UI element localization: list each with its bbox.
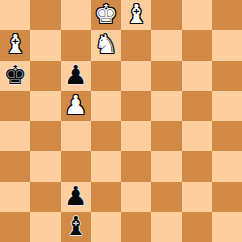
square-c7[interactable] xyxy=(61,30,91,60)
square-f5[interactable] xyxy=(151,91,181,121)
piece-black-pawn[interactable]: ♟ xyxy=(64,62,87,88)
square-d5[interactable] xyxy=(91,91,121,121)
square-e5[interactable] xyxy=(121,91,151,121)
square-a1[interactable] xyxy=(0,212,30,242)
piece-black-bishop[interactable]: ♝ xyxy=(64,213,87,239)
square-f1[interactable] xyxy=(151,212,181,242)
piece-white-knight[interactable]: ♞ xyxy=(94,31,117,57)
square-b2[interactable] xyxy=(30,182,60,212)
square-e6[interactable] xyxy=(121,61,151,91)
square-e8[interactable]: ♝ xyxy=(121,0,151,30)
square-f7[interactable] xyxy=(151,30,181,60)
square-c4[interactable] xyxy=(61,121,91,151)
square-b7[interactable] xyxy=(30,30,60,60)
square-c2[interactable]: ♟ xyxy=(61,182,91,212)
square-f2[interactable] xyxy=(151,182,181,212)
square-b1[interactable] xyxy=(30,212,60,242)
square-h3[interactable] xyxy=(212,151,242,181)
square-d3[interactable] xyxy=(91,151,121,181)
square-a3[interactable] xyxy=(0,151,30,181)
square-a7[interactable]: ♝ xyxy=(0,30,30,60)
square-c3[interactable] xyxy=(61,151,91,181)
square-h6[interactable] xyxy=(212,61,242,91)
square-e4[interactable] xyxy=(121,121,151,151)
square-f3[interactable] xyxy=(151,151,181,181)
square-h4[interactable] xyxy=(212,121,242,151)
square-h5[interactable] xyxy=(212,91,242,121)
square-f6[interactable] xyxy=(151,61,181,91)
square-b6[interactable] xyxy=(30,61,60,91)
square-f4[interactable] xyxy=(151,121,181,151)
square-f8[interactable] xyxy=(151,0,181,30)
square-b5[interactable] xyxy=(30,91,60,121)
square-a6[interactable]: ♚ xyxy=(0,61,30,91)
square-g4[interactable] xyxy=(182,121,212,151)
square-c1[interactable]: ♝ xyxy=(61,212,91,242)
square-b4[interactable] xyxy=(30,121,60,151)
square-c6[interactable]: ♟ xyxy=(61,61,91,91)
piece-white-king[interactable]: ♚ xyxy=(94,1,117,27)
square-h7[interactable] xyxy=(212,30,242,60)
piece-black-pawn[interactable]: ♟ xyxy=(64,183,87,209)
square-b3[interactable] xyxy=(30,151,60,181)
square-g5[interactable] xyxy=(182,91,212,121)
square-d1[interactable] xyxy=(91,212,121,242)
square-h1[interactable] xyxy=(212,212,242,242)
square-a8[interactable] xyxy=(0,0,30,30)
square-d6[interactable] xyxy=(91,61,121,91)
square-e1[interactable] xyxy=(121,212,151,242)
piece-black-king[interactable]: ♚ xyxy=(3,62,26,88)
square-e7[interactable] xyxy=(121,30,151,60)
square-a4[interactable] xyxy=(0,121,30,151)
square-e2[interactable] xyxy=(121,182,151,212)
square-g1[interactable] xyxy=(182,212,212,242)
square-g3[interactable] xyxy=(182,151,212,181)
square-d8[interactable]: ♚ xyxy=(91,0,121,30)
piece-white-bishop[interactable]: ♝ xyxy=(3,31,26,57)
chess-board: ♚♝♝♞♚♟♟♟♝ xyxy=(0,0,242,242)
square-c8[interactable] xyxy=(61,0,91,30)
square-a2[interactable] xyxy=(0,182,30,212)
square-g2[interactable] xyxy=(182,182,212,212)
square-c5[interactable]: ♟ xyxy=(61,91,91,121)
square-a5[interactable] xyxy=(0,91,30,121)
square-d7[interactable]: ♞ xyxy=(91,30,121,60)
square-g6[interactable] xyxy=(182,61,212,91)
square-d4[interactable] xyxy=(91,121,121,151)
square-e3[interactable] xyxy=(121,151,151,181)
piece-white-bishop[interactable]: ♝ xyxy=(124,1,147,27)
square-h8[interactable] xyxy=(212,0,242,30)
square-b8[interactable] xyxy=(30,0,60,30)
square-d2[interactable] xyxy=(91,182,121,212)
piece-white-pawn[interactable]: ♟ xyxy=(64,92,87,118)
square-g8[interactable] xyxy=(182,0,212,30)
square-h2[interactable] xyxy=(212,182,242,212)
square-g7[interactable] xyxy=(182,30,212,60)
